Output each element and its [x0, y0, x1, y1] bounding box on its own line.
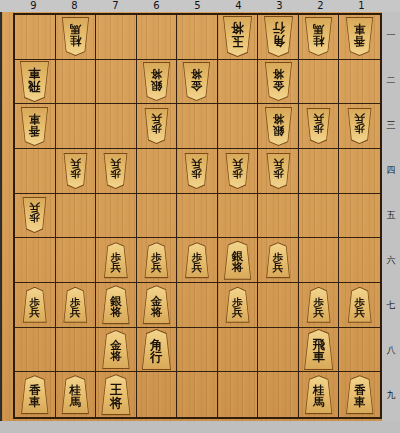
square-26[interactable]: [299, 238, 340, 283]
piece-face: 玉将: [222, 17, 253, 56]
square-93[interactable]: 香車: [15, 104, 56, 149]
square-73[interactable]: [96, 104, 137, 149]
square-63[interactable]: 歩兵: [137, 104, 178, 149]
piece-face: 香車: [345, 376, 374, 413]
square-37[interactable]: [258, 283, 299, 328]
piece-kinsho-gote[interactable]: 金将: [181, 62, 212, 101]
piece-face: 歩兵: [266, 154, 291, 188]
square-83[interactable]: [56, 104, 97, 149]
square-55[interactable]: [177, 194, 218, 239]
piece-face: 歩兵: [103, 154, 128, 188]
square-25[interactable]: [299, 194, 340, 239]
piece-fuhyo-gote[interactable]: 歩兵: [346, 108, 373, 144]
square-41[interactable]: 玉将: [218, 15, 259, 60]
square-12[interactable]: [339, 60, 380, 105]
square-21[interactable]: 桂馬: [299, 15, 340, 60]
piece-keima-gote[interactable]: 桂馬: [60, 17, 91, 56]
piece-fuhyo-gote[interactable]: 歩兵: [224, 153, 251, 189]
square-24[interactable]: [299, 149, 340, 194]
piece-fuhyo-gote[interactable]: 歩兵: [305, 108, 332, 144]
piece-kyosha-sente[interactable]: 香車: [19, 375, 50, 414]
square-89[interactable]: 桂馬: [56, 372, 97, 417]
piece-face: 香車: [20, 376, 49, 413]
square-29[interactable]: 桂馬: [299, 372, 340, 417]
piece-fuhyo-sente[interactable]: 歩兵: [102, 242, 129, 278]
square-11[interactable]: 香車: [339, 15, 380, 60]
square-77[interactable]: 銀将: [96, 283, 137, 328]
rank-labels: 一二三四五六七八九: [382, 13, 400, 418]
square-66[interactable]: 歩兵: [137, 238, 178, 283]
square-46[interactable]: 銀将: [218, 238, 259, 283]
square-15[interactable]: [339, 194, 380, 239]
piece-face: 香車: [20, 108, 49, 145]
file-label-2: 2: [300, 0, 341, 12]
piece-face: 金将: [182, 63, 211, 100]
square-79[interactable]: 王将: [96, 372, 137, 417]
square-19[interactable]: 香車: [339, 372, 380, 417]
square-23[interactable]: 歩兵: [299, 104, 340, 149]
rank-label-6: 六: [382, 238, 400, 283]
piece-gyokusho-gote[interactable]: 玉将: [221, 16, 254, 57]
piece-face: 歩兵: [63, 288, 88, 322]
piece-face: 歩兵: [266, 243, 291, 277]
piece-kinsho-sente[interactable]: 金将: [141, 285, 172, 324]
square-78[interactable]: 金将: [96, 328, 137, 373]
square-53[interactable]: [177, 104, 218, 149]
square-94[interactable]: [15, 149, 56, 194]
shogi-board: 桂馬玉将角行桂馬香車飛車銀将金将金将香車歩兵銀将歩兵歩兵歩兵歩兵歩兵歩兵歩兵歩兵…: [2, 12, 382, 421]
square-16[interactable]: [339, 238, 380, 283]
piece-ginsho-sente[interactable]: 銀将: [222, 241, 253, 280]
square-61[interactable]: [137, 15, 178, 60]
square-57[interactable]: [177, 283, 218, 328]
square-39[interactable]: [258, 372, 299, 417]
rank-label-8: 八: [382, 328, 400, 373]
piece-keima-gote[interactable]: 桂馬: [303, 17, 334, 56]
square-56[interactable]: 歩兵: [177, 238, 218, 283]
file-label-4: 4: [218, 0, 259, 12]
piece-face: 銀将: [101, 286, 130, 323]
square-74[interactable]: 歩兵: [96, 149, 137, 194]
piece-face: 飛車: [303, 330, 334, 369]
square-75[interactable]: [96, 194, 137, 239]
square-96[interactable]: [15, 238, 56, 283]
piece-kinsho-sente[interactable]: 金将: [100, 330, 131, 369]
piece-fuhyo-sente[interactable]: 歩兵: [143, 242, 170, 278]
piece-face: 歩兵: [225, 154, 250, 188]
square-91[interactable]: [15, 15, 56, 60]
square-36[interactable]: 歩兵: [258, 238, 299, 283]
square-22[interactable]: [299, 60, 340, 105]
piece-face: 桂馬: [61, 376, 90, 413]
piece-face: 歩兵: [184, 154, 209, 188]
square-33[interactable]: 銀将: [258, 104, 299, 149]
piece-ginsho-sente[interactable]: 銀将: [100, 285, 131, 324]
piece-kakugyo-gote[interactable]: 角行: [262, 16, 295, 57]
shogi-app-window: 987654321 桂馬玉将角行桂馬香車飛車銀将金将金将香車歩兵銀将歩兵歩兵歩兵…: [0, 0, 400, 433]
piece-fuhyo-gote[interactable]: 歩兵: [21, 197, 48, 233]
rank-label-2: 二: [382, 58, 400, 103]
square-72[interactable]: [96, 60, 137, 105]
square-85[interactable]: [56, 194, 97, 239]
piece-fuhyo-sente[interactable]: 歩兵: [224, 287, 251, 323]
square-45[interactable]: [218, 194, 259, 239]
square-98[interactable]: [15, 328, 56, 373]
square-54[interactable]: 歩兵: [177, 149, 218, 194]
rank-label-5: 五: [382, 193, 400, 238]
square-68[interactable]: 角行: [137, 328, 178, 373]
piece-kyosha-sente[interactable]: 香車: [344, 375, 375, 414]
piece-fuhyo-sente[interactable]: 歩兵: [62, 287, 89, 323]
square-82[interactable]: [56, 60, 97, 105]
file-label-strip: 987654321: [0, 0, 400, 12]
square-35[interactable]: [258, 194, 299, 239]
square-48[interactable]: [218, 328, 259, 373]
piece-fuhyo-sente[interactable]: 歩兵: [21, 287, 48, 323]
piece-face: 桂馬: [304, 18, 333, 55]
piece-face: 歩兵: [63, 154, 88, 188]
piece-keima-sente[interactable]: 桂馬: [60, 375, 91, 414]
piece-face: 歩兵: [184, 243, 209, 277]
piece-face: 桂馬: [304, 376, 333, 413]
piece-face: 銀将: [142, 63, 171, 100]
piece-fuhyo-gote[interactable]: 歩兵: [265, 153, 292, 189]
piece-face: 銀将: [264, 108, 293, 145]
square-99[interactable]: 香車: [15, 372, 56, 417]
piece-face: 歩兵: [347, 288, 372, 322]
piece-face: 歩兵: [103, 243, 128, 277]
piece-face: 歩兵: [347, 109, 372, 143]
piece-ginsho-gote[interactable]: 銀将: [141, 62, 172, 101]
piece-fuhyo-sente[interactable]: 歩兵: [305, 287, 332, 323]
file-label-5: 5: [177, 0, 218, 12]
piece-kinsho-gote[interactable]: 金将: [263, 62, 294, 101]
square-62[interactable]: 銀将: [137, 60, 178, 105]
file-label-7: 7: [95, 0, 136, 12]
rank-label-4: 四: [382, 148, 400, 193]
piece-kyosha-gote[interactable]: 香車: [344, 17, 375, 56]
piece-keima-sente[interactable]: 桂馬: [303, 375, 334, 414]
piece-face: 金将: [101, 331, 130, 368]
square-13[interactable]: 歩兵: [339, 104, 380, 149]
square-34[interactable]: 歩兵: [258, 149, 299, 194]
piece-face: 歩兵: [144, 109, 169, 143]
square-47[interactable]: 歩兵: [218, 283, 259, 328]
piece-fuhyo-gote[interactable]: 歩兵: [62, 153, 89, 189]
square-97[interactable]: 歩兵: [15, 283, 56, 328]
piece-face: 香車: [345, 18, 374, 55]
piece-face: 金将: [264, 63, 293, 100]
file-label-9: 9: [13, 0, 54, 12]
square-92[interactable]: 飛車: [15, 60, 56, 105]
piece-hisha-gote[interactable]: 飛車: [18, 61, 51, 102]
rank-label-9: 九: [382, 373, 400, 418]
piece-face: 歩兵: [306, 109, 331, 143]
square-14[interactable]: [339, 149, 380, 194]
square-76[interactable]: 歩兵: [96, 238, 137, 283]
square-86[interactable]: [56, 238, 97, 283]
piece-face: 歩兵: [144, 243, 169, 277]
piece-fuhyo-gote[interactable]: 歩兵: [143, 108, 170, 144]
file-label-3: 3: [259, 0, 300, 12]
rank-label-strip: 一二三四五六七八九: [382, 12, 400, 421]
square-49[interactable]: [218, 372, 259, 417]
square-64[interactable]: [137, 149, 178, 194]
square-69[interactable]: [137, 372, 178, 417]
piece-face: 桂馬: [61, 18, 90, 55]
square-88[interactable]: [56, 328, 97, 373]
piece-ginsho-gote[interactable]: 銀将: [263, 107, 294, 146]
rank-label-7: 七: [382, 283, 400, 328]
piece-face: 歩兵: [22, 198, 47, 232]
square-18[interactable]: [339, 328, 380, 373]
piece-face: 歩兵: [22, 288, 47, 322]
square-31[interactable]: 角行: [258, 15, 299, 60]
file-label-6: 6: [136, 0, 177, 12]
square-95[interactable]: 歩兵: [15, 194, 56, 239]
square-42[interactable]: [218, 60, 259, 105]
piece-hisha-sente[interactable]: 飛車: [302, 329, 335, 370]
square-27[interactable]: 歩兵: [299, 283, 340, 328]
file-labels: 987654321: [13, 0, 382, 12]
square-87[interactable]: 歩兵: [56, 283, 97, 328]
piece-face: 王将: [100, 375, 131, 414]
square-52[interactable]: 金将: [177, 60, 218, 105]
piece-fuhyo-sente[interactable]: 歩兵: [265, 242, 292, 278]
rank-label-1: 一: [382, 13, 400, 58]
file-label-8: 8: [54, 0, 95, 12]
square-51[interactable]: [177, 15, 218, 60]
piece-face: 角行: [141, 330, 172, 369]
piece-face: 飛車: [19, 62, 50, 101]
board-grid: 桂馬玉将角行桂馬香車飛車銀将金将金将香車歩兵銀将歩兵歩兵歩兵歩兵歩兵歩兵歩兵歩兵…: [13, 13, 382, 419]
square-58[interactable]: [177, 328, 218, 373]
piece-face: 金将: [142, 286, 171, 323]
square-71[interactable]: [96, 15, 137, 60]
square-44[interactable]: 歩兵: [218, 149, 259, 194]
square-32[interactable]: 金将: [258, 60, 299, 105]
piece-fuhyo-sente[interactable]: 歩兵: [346, 287, 373, 323]
piece-kakugyo-sente[interactable]: 角行: [140, 329, 173, 370]
piece-fuhyo-gote[interactable]: 歩兵: [183, 153, 210, 189]
square-28[interactable]: 飛車: [299, 328, 340, 373]
square-65[interactable]: [137, 194, 178, 239]
square-59[interactable]: [177, 372, 218, 417]
square-43[interactable]: [218, 104, 259, 149]
square-38[interactable]: [258, 328, 299, 373]
square-84[interactable]: 歩兵: [56, 149, 97, 194]
piece-kyosha-gote[interactable]: 香車: [19, 107, 50, 146]
piece-face: 歩兵: [225, 288, 250, 322]
piece-face: 角行: [263, 17, 294, 56]
piece-fuhyo-gote[interactable]: 歩兵: [102, 153, 129, 189]
rank-label-3: 三: [382, 103, 400, 148]
piece-osho-sente[interactable]: 王将: [99, 374, 132, 415]
square-67[interactable]: 金将: [137, 283, 178, 328]
bottom-margin: [0, 421, 400, 433]
file-label-1: 1: [341, 0, 382, 12]
piece-face: 歩兵: [306, 288, 331, 322]
piece-face: 銀将: [223, 242, 252, 279]
piece-fuhyo-sente[interactable]: 歩兵: [183, 242, 210, 278]
square-81[interactable]: 桂馬: [56, 15, 97, 60]
square-17[interactable]: 歩兵: [339, 283, 380, 328]
